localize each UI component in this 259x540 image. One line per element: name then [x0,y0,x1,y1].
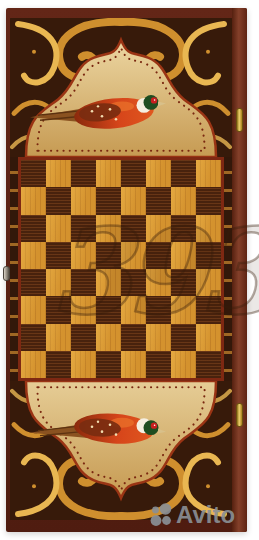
top-decor-panel [10,18,232,157]
avito-watermark: Avito [149,501,235,529]
board-square-f3 [146,296,171,323]
board-square-b6 [46,215,71,242]
board-square-f8 [146,160,171,187]
board-square-h8 [196,160,221,187]
board-square-d4 [96,269,121,296]
board-square-c7 [71,187,96,214]
board-square-e6 [121,215,146,242]
board-square-e5 [121,242,146,269]
board-square-h3 [196,296,221,323]
case-lid [10,18,232,520]
board-square-h5 [196,242,221,269]
board-square-c1 [71,351,96,378]
board-square-c6 [71,215,96,242]
board-square-c5 [71,242,96,269]
board-square-e1 [121,351,146,378]
board-square-b2 [46,324,71,351]
board-square-f1 [146,351,171,378]
board-square-f2 [146,324,171,351]
board-square-b1 [46,351,71,378]
board-square-a6 [21,215,46,242]
hinge-top-icon [236,108,243,132]
top-khokhloma-art [10,18,232,157]
board-square-f4 [146,269,171,296]
board-square-a2 [21,324,46,351]
board-square-d3 [96,296,121,323]
board-square-g6 [171,215,196,242]
board-square-d5 [96,242,121,269]
board-square-e2 [121,324,146,351]
bottom-decor-panel [10,381,232,520]
board-square-a5 [21,242,46,269]
board-margin-strip [10,157,232,381]
hinge-bottom-icon [236,403,243,427]
board-square-e3 [121,296,146,323]
board-square-a1 [21,351,46,378]
case-side-panel [232,8,247,532]
board-square-f6 [146,215,171,242]
checkerboard [18,157,224,381]
avito-logo-icon [149,503,174,528]
board-square-c8 [71,160,96,187]
board-square-g1 [171,351,196,378]
board-square-g2 [171,324,196,351]
board-square-e8 [121,160,146,187]
board-square-e4 [121,269,146,296]
board-square-f5 [146,242,171,269]
board-square-c2 [71,324,96,351]
product-photo: 393 Avito [0,0,259,540]
board-square-h7 [196,187,221,214]
board-square-d8 [96,160,121,187]
board-square-d2 [96,324,121,351]
board-square-g4 [171,269,196,296]
board-square-b7 [46,187,71,214]
board-square-a7 [21,187,46,214]
board-square-h2 [196,324,221,351]
board-square-c4 [71,269,96,296]
board-square-a3 [21,296,46,323]
board-square-e7 [121,187,146,214]
board-square-g3 [171,296,196,323]
board-square-g7 [171,187,196,214]
board-square-g5 [171,242,196,269]
board-square-d6 [96,215,121,242]
board-square-c3 [71,296,96,323]
board-square-f7 [146,187,171,214]
board-square-g8 [171,160,196,187]
left-latch-icon [3,266,10,281]
board-square-h1 [196,351,221,378]
board-square-d1 [96,351,121,378]
board-square-d7 [96,187,121,214]
board-square-b3 [46,296,71,323]
board-square-a8 [21,160,46,187]
board-square-h4 [196,269,221,296]
game-case [6,8,247,532]
board-square-b8 [46,160,71,187]
board-square-a4 [21,269,46,296]
board-square-b4 [46,269,71,296]
board-square-h6 [196,215,221,242]
avito-watermark-label: Avito [176,501,235,529]
board-square-b5 [46,242,71,269]
bottom-khokhloma-art [10,381,232,520]
